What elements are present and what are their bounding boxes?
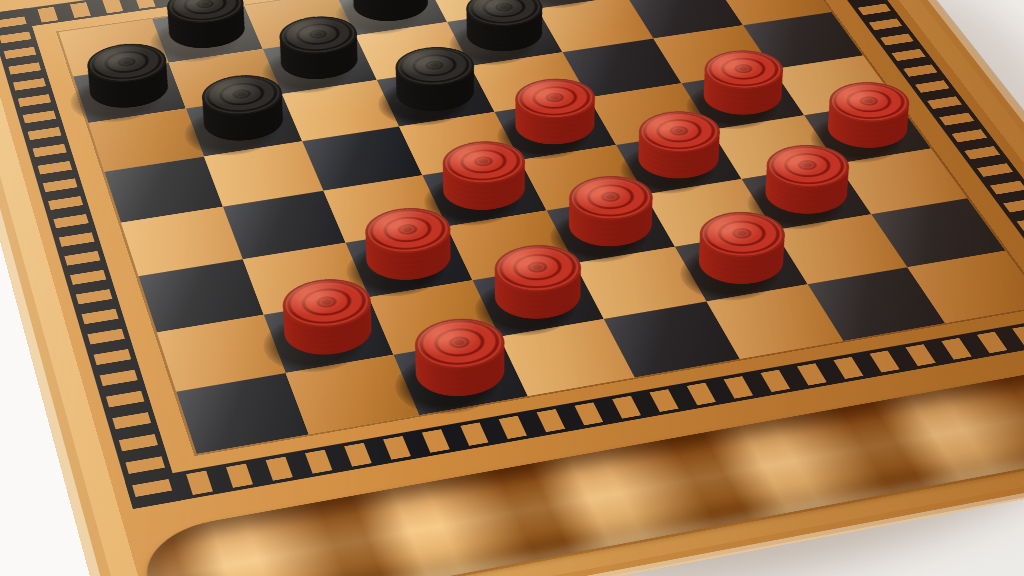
board-deck xyxy=(0,0,1024,576)
checkers-board xyxy=(0,0,1024,576)
checker-red-d4 xyxy=(435,166,534,219)
photo-stage xyxy=(0,0,1024,576)
checker-black-e7 xyxy=(459,14,551,60)
square-a1 xyxy=(176,373,309,454)
perspective-scene xyxy=(0,0,1024,576)
checker-black-b6 xyxy=(197,100,290,150)
board-grid xyxy=(59,0,1024,454)
